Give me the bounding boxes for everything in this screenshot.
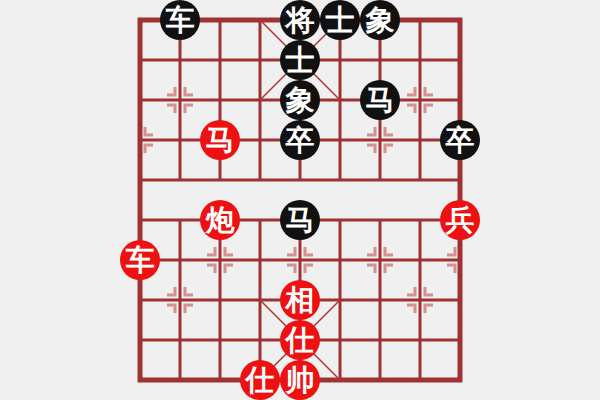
piece-black-soldier[interactable]: 卒 bbox=[440, 120, 480, 160]
piece-black-horse[interactable]: 马 bbox=[280, 200, 320, 240]
piece-black-advisor[interactable]: 士 bbox=[280, 40, 320, 80]
piece-black-chariot[interactable]: 车 bbox=[160, 0, 200, 40]
piece-black-horse[interactable]: 马 bbox=[360, 80, 400, 120]
xiangqi-app: 车将士象士象马马卒卒炮马兵车相仕仕帅 bbox=[0, 0, 600, 400]
piece-red-general[interactable]: 帅 bbox=[280, 360, 320, 400]
piece-red-horse[interactable]: 马 bbox=[200, 120, 240, 160]
xiangqi-board: 车将士象士象马马卒卒炮马兵车相仕仕帅 bbox=[120, 0, 480, 400]
piece-red-advisor[interactable]: 仕 bbox=[240, 360, 280, 400]
piece-black-elephant[interactable]: 象 bbox=[280, 80, 320, 120]
piece-black-advisor[interactable]: 士 bbox=[320, 0, 360, 40]
piece-red-soldier[interactable]: 兵 bbox=[440, 200, 480, 240]
piece-red-cannon[interactable]: 炮 bbox=[200, 200, 240, 240]
piece-black-soldier[interactable]: 卒 bbox=[280, 120, 320, 160]
piece-red-advisor[interactable]: 仕 bbox=[280, 320, 320, 360]
piece-black-elephant[interactable]: 象 bbox=[360, 0, 400, 40]
piece-red-elephant[interactable]: 相 bbox=[280, 280, 320, 320]
piece-black-general[interactable]: 将 bbox=[280, 0, 320, 40]
piece-red-chariot[interactable]: 车 bbox=[120, 240, 160, 280]
